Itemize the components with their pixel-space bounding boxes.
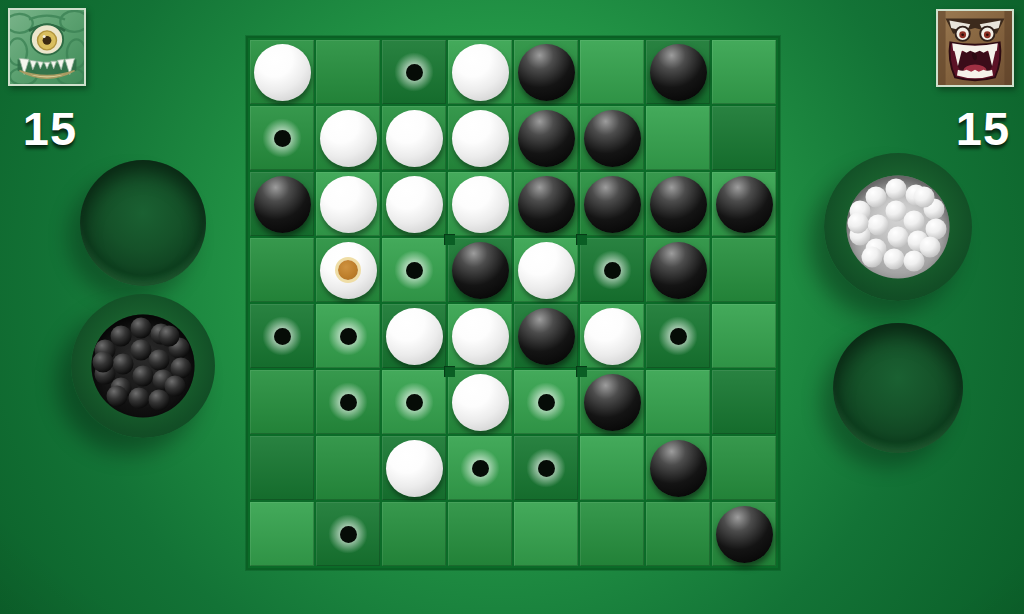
board-cell-a7[interactable]	[250, 436, 314, 500]
board-cell-f4[interactable]	[580, 238, 644, 302]
white-spare-piece	[868, 215, 889, 236]
board-cell-a3[interactable]	[250, 172, 314, 236]
board-cell-f7[interactable]	[580, 436, 644, 500]
white-spare-piece	[886, 179, 907, 200]
board-cell-e7[interactable]	[514, 436, 578, 500]
board-cell-e5[interactable]	[514, 304, 578, 368]
board-cell-f3[interactable]	[580, 172, 644, 236]
board-cell-e1[interactable]	[514, 40, 578, 104]
black-disc	[452, 242, 509, 299]
white-disc	[452, 110, 509, 167]
black-disc	[584, 374, 641, 431]
board-cell-e2[interactable]	[514, 106, 578, 170]
board-cell-b8[interactable]	[316, 502, 380, 566]
board-cell-g8[interactable]	[646, 502, 710, 566]
black-spare-piece	[107, 386, 128, 407]
legal-move-dot-a5[interactable]	[261, 315, 303, 357]
tray-left-bottom-black-pieces	[71, 294, 215, 438]
tray-left-top-empty	[80, 160, 206, 286]
board-cell-g1[interactable]	[646, 40, 710, 104]
board-cell-h4[interactable]	[712, 238, 776, 302]
board-cell-c3[interactable]	[382, 172, 446, 236]
black-spare-piece	[159, 326, 180, 347]
legal-move-dot-b6[interactable]	[327, 381, 369, 423]
board-cell-c4[interactable]	[382, 238, 446, 302]
black-pieces-pile	[92, 315, 195, 418]
board-cell-g4[interactable]	[646, 238, 710, 302]
board-cell-g5[interactable]	[646, 304, 710, 368]
legal-move-dot-f4[interactable]	[591, 249, 633, 291]
tray-right-top-white-pieces	[824, 153, 972, 301]
legal-move-dot-b5[interactable]	[327, 315, 369, 357]
board-cell-h5[interactable]	[712, 304, 776, 368]
board-cell-a1[interactable]	[250, 40, 314, 104]
board-cell-b7[interactable]	[316, 436, 380, 500]
board-cell-h1[interactable]	[712, 40, 776, 104]
player-left-score: 15	[5, 101, 95, 156]
green-cyclops-monster-icon	[10, 10, 84, 84]
board-cell-e3[interactable]	[514, 172, 578, 236]
board-cell-b4[interactable]	[316, 238, 380, 302]
board-cell-a6[interactable]	[250, 370, 314, 434]
legal-move-dot-c1[interactable]	[393, 51, 435, 93]
board-cell-b6[interactable]	[316, 370, 380, 434]
board-cell-g3[interactable]	[646, 172, 710, 236]
board-cell-g6[interactable]	[646, 370, 710, 434]
board-cell-a8[interactable]	[250, 502, 314, 566]
black-spare-piece	[113, 354, 134, 375]
black-disc	[584, 176, 641, 233]
board-cell-h3[interactable]	[712, 172, 776, 236]
player-right-score: 15	[938, 101, 1024, 156]
board-cell-h2[interactable]	[712, 106, 776, 170]
black-disc	[518, 176, 575, 233]
white-disc	[452, 176, 509, 233]
board-cell-g2[interactable]	[646, 106, 710, 170]
black-spare-piece	[149, 350, 170, 371]
black-disc	[584, 110, 641, 167]
board-grid	[250, 40, 776, 566]
brown-fanged-monster-icon	[938, 11, 1012, 85]
board-cell-h8[interactable]	[712, 502, 776, 566]
white-pieces-pile	[847, 176, 950, 279]
white-disc	[518, 242, 575, 299]
white-disc	[254, 44, 311, 101]
board-cell-d7[interactable]	[448, 436, 512, 500]
board-cell-c8[interactable]	[382, 502, 446, 566]
board-cell-g7[interactable]	[646, 436, 710, 500]
board-cell-a5[interactable]	[250, 304, 314, 368]
last-move-marker	[338, 260, 358, 280]
white-spare-piece	[884, 249, 905, 270]
board-cell-d2[interactable]	[448, 106, 512, 170]
legal-move-dot-e6[interactable]	[525, 381, 567, 423]
board-cell-e6[interactable]	[514, 370, 578, 434]
tray-right-bottom-empty	[833, 323, 963, 453]
board-cell-c1[interactable]	[382, 40, 446, 104]
white-disc	[386, 176, 443, 233]
board-cell-a4[interactable]	[250, 238, 314, 302]
black-spare-piece	[133, 366, 154, 387]
white-disc	[320, 110, 377, 167]
white-disc	[584, 308, 641, 365]
white-disc	[452, 44, 509, 101]
board-cell-b2[interactable]	[316, 106, 380, 170]
legal-move-dot-e7[interactable]	[525, 447, 567, 489]
board-cell-e8[interactable]	[514, 502, 578, 566]
black-spare-piece	[129, 388, 150, 409]
legal-move-dot-g5[interactable]	[657, 315, 699, 357]
black-spare-piece	[131, 318, 152, 339]
black-disc	[650, 176, 707, 233]
board-cell-e4[interactable]	[514, 238, 578, 302]
legal-move-dot-a2[interactable]	[261, 117, 303, 159]
black-disc	[518, 110, 575, 167]
board-cell-c7[interactable]	[382, 436, 446, 500]
white-spare-piece	[888, 227, 909, 248]
board-cell-b3[interactable]	[316, 172, 380, 236]
black-disc	[518, 44, 575, 101]
black-spare-piece	[93, 352, 114, 373]
player-left-avatar	[8, 8, 86, 86]
board-cell-d8[interactable]	[448, 502, 512, 566]
white-disc	[452, 308, 509, 365]
board-cell-a2[interactable]	[250, 106, 314, 170]
white-spare-piece	[904, 251, 925, 272]
board-cell-c6[interactable]	[382, 370, 446, 434]
black-disc	[650, 242, 707, 299]
board-cell-d1[interactable]	[448, 40, 512, 104]
othello-board	[246, 36, 780, 570]
board-cell-f2[interactable]	[580, 106, 644, 170]
player-right-avatar	[936, 9, 1014, 87]
board-cell-f1[interactable]	[580, 40, 644, 104]
board-cell-h6[interactable]	[712, 370, 776, 434]
white-disc	[320, 242, 377, 299]
white-disc	[386, 110, 443, 167]
black-disc	[716, 506, 773, 563]
white-disc	[386, 440, 443, 497]
black-disc	[254, 176, 311, 233]
board-cell-b5[interactable]	[316, 304, 380, 368]
white-spare-piece	[848, 213, 869, 234]
board-cell-f6[interactable]	[580, 370, 644, 434]
board-cell-d3[interactable]	[448, 172, 512, 236]
board-cell-f8[interactable]	[580, 502, 644, 566]
black-spare-piece	[149, 390, 170, 411]
board-cell-d5[interactable]	[448, 304, 512, 368]
black-disc	[650, 440, 707, 497]
white-spare-piece	[904, 211, 925, 232]
black-disc	[716, 176, 773, 233]
white-spare-piece	[862, 247, 883, 268]
board-cell-d4[interactable]	[448, 238, 512, 302]
black-disc	[650, 44, 707, 101]
game-background: 15 15	[0, 0, 1024, 614]
board-cell-c2[interactable]	[382, 106, 446, 170]
legal-move-dot-d7[interactable]	[459, 447, 501, 489]
legal-move-dot-b8[interactable]	[327, 513, 369, 555]
white-spare-piece	[914, 187, 935, 208]
white-disc	[320, 176, 377, 233]
board-cell-d6[interactable]	[448, 370, 512, 434]
black-disc	[518, 308, 575, 365]
board-cell-b1[interactable]	[316, 40, 380, 104]
board-cell-c5[interactable]	[382, 304, 446, 368]
white-disc	[386, 308, 443, 365]
legal-move-dot-c4[interactable]	[393, 249, 435, 291]
white-disc	[452, 374, 509, 431]
legal-move-dot-c6[interactable]	[393, 381, 435, 423]
board-cell-h7[interactable]	[712, 436, 776, 500]
board-cell-f5[interactable]	[580, 304, 644, 368]
